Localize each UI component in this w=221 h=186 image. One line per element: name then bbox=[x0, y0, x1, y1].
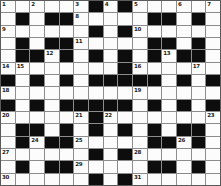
white-cell[interactable]: 17 bbox=[192, 63, 206, 74]
black-cell bbox=[16, 124, 30, 135]
black-cell bbox=[60, 137, 74, 148]
white-cell[interactable] bbox=[192, 149, 206, 160]
white-cell[interactable] bbox=[89, 38, 103, 49]
white-cell[interactable] bbox=[74, 149, 88, 160]
white-cell[interactable] bbox=[118, 13, 132, 24]
white-cell[interactable] bbox=[192, 100, 206, 111]
white-cell[interactable] bbox=[104, 63, 118, 74]
black-cell bbox=[89, 50, 103, 61]
white-cell[interactable]: 26 bbox=[177, 137, 191, 148]
black-cell bbox=[148, 137, 162, 148]
black-cell bbox=[30, 100, 44, 111]
black-cell bbox=[118, 174, 132, 185]
black-cell bbox=[148, 100, 162, 111]
white-cell[interactable] bbox=[60, 174, 74, 185]
white-cell[interactable]: 31 bbox=[133, 174, 147, 185]
black-cell bbox=[89, 26, 103, 37]
black-cell bbox=[89, 75, 103, 86]
white-cell[interactable] bbox=[89, 63, 103, 74]
white-cell[interactable] bbox=[133, 112, 147, 123]
white-cell[interactable] bbox=[74, 50, 88, 61]
black-cell bbox=[118, 149, 132, 160]
white-cell[interactable] bbox=[89, 137, 103, 148]
white-cell[interactable] bbox=[1, 124, 15, 135]
white-cell[interactable] bbox=[177, 87, 191, 98]
crossword-grid: 1234567891011121314151617181920212223242… bbox=[0, 0, 221, 186]
white-cell[interactable] bbox=[16, 26, 30, 37]
white-cell[interactable]: 22 bbox=[104, 112, 118, 123]
black-cell bbox=[148, 50, 162, 61]
black-cell bbox=[104, 75, 118, 86]
white-cell[interactable] bbox=[162, 26, 176, 37]
black-cell bbox=[118, 124, 132, 135]
white-cell[interactable] bbox=[177, 174, 191, 185]
white-cell[interactable] bbox=[206, 161, 220, 172]
white-cell[interactable] bbox=[1, 50, 15, 61]
white-cell[interactable]: 14 bbox=[1, 63, 15, 74]
clue-number: 28 bbox=[134, 149, 141, 155]
white-cell[interactable] bbox=[30, 13, 44, 24]
black-cell bbox=[148, 13, 162, 24]
black-cell bbox=[45, 161, 59, 172]
white-cell[interactable] bbox=[192, 26, 206, 37]
white-cell[interactable]: 18 bbox=[1, 87, 15, 98]
white-cell[interactable] bbox=[118, 38, 132, 49]
black-cell bbox=[133, 75, 147, 86]
white-cell[interactable] bbox=[118, 161, 132, 172]
white-cell[interactable] bbox=[118, 137, 132, 148]
white-cell[interactable] bbox=[45, 149, 59, 160]
white-cell[interactable] bbox=[74, 75, 88, 86]
black-cell bbox=[45, 38, 59, 49]
clue-number: 1 bbox=[2, 1, 6, 7]
white-cell[interactable] bbox=[89, 161, 103, 172]
black-cell bbox=[118, 50, 132, 61]
white-cell[interactable] bbox=[104, 174, 118, 185]
white-cell[interactable] bbox=[177, 38, 191, 49]
clue-number: 21 bbox=[75, 112, 82, 118]
clue-number: 31 bbox=[134, 174, 141, 180]
clue-number: 10 bbox=[134, 26, 141, 32]
black-cell bbox=[118, 1, 132, 12]
white-cell[interactable] bbox=[104, 38, 118, 49]
black-cell bbox=[60, 100, 74, 111]
white-cell[interactable]: 10 bbox=[133, 26, 147, 37]
white-cell[interactable] bbox=[1, 38, 15, 49]
white-cell[interactable] bbox=[118, 112, 132, 123]
black-cell bbox=[60, 38, 74, 49]
white-cell[interactable] bbox=[45, 112, 59, 123]
clue-number: 22 bbox=[105, 112, 112, 118]
clue-number: 18 bbox=[2, 87, 9, 93]
black-cell bbox=[192, 137, 206, 148]
white-cell[interactable] bbox=[206, 26, 220, 37]
black-cell bbox=[89, 112, 103, 123]
clue-number: 3 bbox=[75, 1, 79, 7]
black-cell bbox=[16, 161, 30, 172]
black-cell bbox=[148, 124, 162, 135]
clue-number: 8 bbox=[75, 13, 79, 19]
white-cell[interactable]: 3 bbox=[74, 1, 88, 12]
white-cell[interactable] bbox=[60, 63, 74, 74]
white-cell[interactable]: 28 bbox=[133, 149, 147, 160]
white-cell[interactable] bbox=[30, 112, 44, 123]
black-cell bbox=[177, 75, 191, 86]
clue-number: 25 bbox=[75, 137, 82, 143]
black-cell bbox=[148, 75, 162, 86]
white-cell[interactable] bbox=[177, 112, 191, 123]
clue-number: 13 bbox=[163, 50, 170, 56]
white-cell[interactable] bbox=[60, 149, 74, 160]
black-cell bbox=[16, 50, 30, 61]
black-cell bbox=[162, 13, 176, 24]
white-cell[interactable] bbox=[45, 124, 59, 135]
clue-number: 6 bbox=[178, 1, 182, 7]
black-cell bbox=[118, 75, 132, 86]
white-cell[interactable] bbox=[30, 149, 44, 160]
black-cell bbox=[1, 100, 15, 111]
black-cell bbox=[118, 100, 132, 111]
clue-number: 9 bbox=[2, 26, 6, 32]
white-cell[interactable]: 27 bbox=[1, 149, 15, 160]
white-cell[interactable] bbox=[133, 38, 147, 49]
white-cell[interactable] bbox=[30, 26, 44, 37]
black-cell bbox=[192, 13, 206, 24]
white-cell[interactable] bbox=[162, 124, 176, 135]
white-cell[interactable] bbox=[206, 87, 220, 98]
white-cell[interactable] bbox=[104, 137, 118, 148]
white-cell[interactable] bbox=[206, 13, 220, 24]
white-cell[interactable] bbox=[162, 174, 176, 185]
white-cell[interactable] bbox=[30, 63, 44, 74]
white-cell[interactable] bbox=[133, 161, 147, 172]
black-cell bbox=[206, 75, 220, 86]
white-cell[interactable] bbox=[162, 75, 176, 86]
clue-number: 7 bbox=[207, 1, 211, 7]
white-cell[interactable] bbox=[206, 124, 220, 135]
white-cell[interactable] bbox=[206, 149, 220, 160]
white-cell[interactable]: 24 bbox=[30, 137, 44, 148]
white-cell[interactable] bbox=[162, 149, 176, 160]
white-cell[interactable]: 6 bbox=[177, 1, 191, 12]
white-cell[interactable]: 5 bbox=[133, 1, 147, 12]
black-cell bbox=[148, 38, 162, 49]
white-cell[interactable] bbox=[104, 13, 118, 24]
clue-number: 29 bbox=[75, 161, 82, 167]
white-cell[interactable] bbox=[177, 149, 191, 160]
black-cell bbox=[192, 50, 206, 61]
clue-number: 16 bbox=[134, 63, 141, 69]
white-cell[interactable] bbox=[1, 161, 15, 172]
clue-number: 14 bbox=[2, 63, 9, 69]
white-cell[interactable] bbox=[1, 137, 15, 148]
white-cell[interactable] bbox=[74, 87, 88, 98]
white-cell[interactable] bbox=[74, 124, 88, 135]
clue-number: 15 bbox=[17, 63, 24, 69]
white-cell[interactable] bbox=[104, 161, 118, 172]
white-cell[interactable] bbox=[148, 26, 162, 37]
black-cell bbox=[192, 124, 206, 135]
white-cell[interactable] bbox=[60, 112, 74, 123]
clue-number: 4 bbox=[105, 1, 109, 7]
white-cell[interactable] bbox=[1, 13, 15, 24]
white-cell[interactable] bbox=[148, 1, 162, 12]
clue-number: 26 bbox=[178, 137, 185, 143]
white-cell[interactable]: 20 bbox=[1, 112, 15, 123]
black-cell bbox=[162, 161, 176, 172]
black-cell bbox=[162, 137, 176, 148]
white-cell[interactable] bbox=[133, 13, 147, 24]
clue-number: 27 bbox=[2, 149, 9, 155]
white-cell[interactable] bbox=[118, 87, 132, 98]
black-cell bbox=[177, 100, 191, 111]
white-cell[interactable]: 8 bbox=[74, 13, 88, 24]
white-cell[interactable] bbox=[16, 75, 30, 86]
white-cell[interactable] bbox=[60, 26, 74, 37]
black-cell bbox=[104, 100, 118, 111]
black-cell bbox=[16, 13, 30, 24]
white-cell[interactable] bbox=[16, 149, 30, 160]
black-cell bbox=[1, 75, 15, 86]
white-cell[interactable] bbox=[192, 174, 206, 185]
white-cell[interactable] bbox=[16, 1, 30, 12]
black-cell bbox=[89, 124, 103, 135]
white-cell[interactable] bbox=[162, 87, 176, 98]
black-cell bbox=[60, 161, 74, 172]
black-cell bbox=[192, 38, 206, 49]
white-cell[interactable] bbox=[30, 174, 44, 185]
black-cell bbox=[89, 100, 103, 111]
white-cell[interactable] bbox=[162, 100, 176, 111]
white-cell[interactable]: 1 bbox=[1, 1, 15, 12]
white-cell[interactable] bbox=[177, 26, 191, 37]
white-cell[interactable] bbox=[104, 87, 118, 98]
black-cell bbox=[177, 50, 191, 61]
white-cell[interactable] bbox=[60, 87, 74, 98]
black-cell bbox=[60, 124, 74, 135]
black-cell bbox=[45, 13, 59, 24]
white-cell[interactable] bbox=[60, 1, 74, 12]
white-cell[interactable] bbox=[45, 26, 59, 37]
white-cell[interactable] bbox=[104, 50, 118, 61]
white-cell[interactable] bbox=[133, 124, 147, 135]
white-cell[interactable] bbox=[148, 63, 162, 74]
white-cell[interactable] bbox=[148, 87, 162, 98]
white-cell[interactable] bbox=[192, 75, 206, 86]
crossword-puzzle: 1234567891011121314151617181920212223242… bbox=[0, 0, 221, 186]
white-cell[interactable] bbox=[192, 112, 206, 123]
white-cell[interactable] bbox=[16, 112, 30, 123]
white-cell[interactable]: 16 bbox=[133, 63, 147, 74]
white-cell[interactable] bbox=[162, 63, 176, 74]
white-cell[interactable] bbox=[177, 63, 191, 74]
black-cell bbox=[74, 100, 88, 111]
black-cell bbox=[89, 174, 103, 185]
white-cell[interactable] bbox=[104, 149, 118, 160]
clue-number: 30 bbox=[2, 174, 9, 180]
black-cell bbox=[60, 13, 74, 24]
clue-number: 2 bbox=[31, 1, 35, 7]
white-cell[interactable]: 25 bbox=[74, 137, 88, 148]
white-cell[interactable] bbox=[162, 112, 176, 123]
clue-number: 12 bbox=[46, 50, 53, 56]
white-cell[interactable] bbox=[104, 124, 118, 135]
white-cell[interactable] bbox=[148, 174, 162, 185]
white-cell[interactable] bbox=[206, 137, 220, 148]
white-cell[interactable] bbox=[89, 13, 103, 24]
clue-number: 17 bbox=[193, 63, 200, 69]
white-cell[interactable] bbox=[45, 1, 59, 12]
black-cell bbox=[192, 161, 206, 172]
black-cell bbox=[16, 38, 30, 49]
black-cell bbox=[16, 137, 30, 148]
black-cell bbox=[148, 161, 162, 172]
white-cell[interactable] bbox=[16, 87, 30, 98]
white-cell[interactable] bbox=[192, 1, 206, 12]
white-cell[interactable] bbox=[177, 161, 191, 172]
white-cell[interactable] bbox=[206, 50, 220, 61]
white-cell[interactable]: 12 bbox=[45, 50, 59, 61]
clue-number: 20 bbox=[2, 112, 9, 118]
white-cell[interactable] bbox=[206, 63, 220, 74]
clue-number: 11 bbox=[75, 38, 82, 44]
white-cell[interactable] bbox=[16, 100, 30, 111]
black-cell bbox=[89, 1, 103, 12]
clue-number: 23 bbox=[207, 112, 214, 118]
black-cell bbox=[118, 63, 132, 74]
white-cell[interactable] bbox=[89, 87, 103, 98]
white-cell[interactable]: 7 bbox=[206, 1, 220, 12]
white-cell[interactable]: 9 bbox=[1, 26, 15, 37]
white-cell[interactable] bbox=[133, 100, 147, 111]
white-cell[interactable] bbox=[74, 174, 88, 185]
clue-number: 19 bbox=[134, 87, 141, 93]
white-cell[interactable] bbox=[30, 38, 44, 49]
white-cell[interactable]: 30 bbox=[1, 174, 15, 185]
black-cell bbox=[206, 100, 220, 111]
white-cell[interactable] bbox=[192, 87, 206, 98]
black-cell bbox=[30, 75, 44, 86]
black-cell bbox=[118, 26, 132, 37]
white-cell[interactable] bbox=[206, 38, 220, 49]
white-cell[interactable] bbox=[74, 63, 88, 74]
clue-number: 24 bbox=[31, 137, 38, 143]
black-cell bbox=[177, 124, 191, 135]
white-cell[interactable] bbox=[45, 75, 59, 86]
black-cell bbox=[60, 75, 74, 86]
white-cell[interactable] bbox=[30, 87, 44, 98]
white-cell[interactable] bbox=[45, 100, 59, 111]
black-cell bbox=[89, 149, 103, 160]
black-cell bbox=[30, 50, 44, 61]
white-cell[interactable] bbox=[177, 13, 191, 24]
white-cell[interactable] bbox=[45, 87, 59, 98]
white-cell[interactable] bbox=[206, 174, 220, 185]
white-cell[interactable] bbox=[148, 149, 162, 160]
white-cell[interactable]: 4 bbox=[104, 1, 118, 12]
white-cell[interactable] bbox=[16, 174, 30, 185]
white-cell[interactable] bbox=[104, 26, 118, 37]
black-cell bbox=[60, 50, 74, 61]
white-cell[interactable] bbox=[30, 161, 44, 172]
white-cell[interactable]: 21 bbox=[74, 112, 88, 123]
white-cell[interactable] bbox=[74, 26, 88, 37]
white-cell[interactable]: 19 bbox=[133, 87, 147, 98]
white-cell[interactable] bbox=[162, 1, 176, 12]
white-cell[interactable] bbox=[45, 63, 59, 74]
white-cell[interactable]: 23 bbox=[206, 112, 220, 123]
black-cell bbox=[45, 137, 59, 148]
white-cell[interactable] bbox=[148, 112, 162, 123]
black-cell bbox=[30, 124, 44, 135]
white-cell[interactable]: 11 bbox=[74, 38, 88, 49]
white-cell[interactable]: 13 bbox=[162, 50, 176, 61]
black-cell bbox=[162, 38, 176, 49]
white-cell[interactable]: 29 bbox=[74, 161, 88, 172]
white-cell[interactable] bbox=[133, 50, 147, 61]
white-cell[interactable]: 15 bbox=[16, 63, 30, 74]
white-cell[interactable] bbox=[45, 174, 59, 185]
clue-number: 5 bbox=[134, 1, 138, 7]
white-cell[interactable] bbox=[133, 137, 147, 148]
white-cell[interactable]: 2 bbox=[30, 1, 44, 12]
